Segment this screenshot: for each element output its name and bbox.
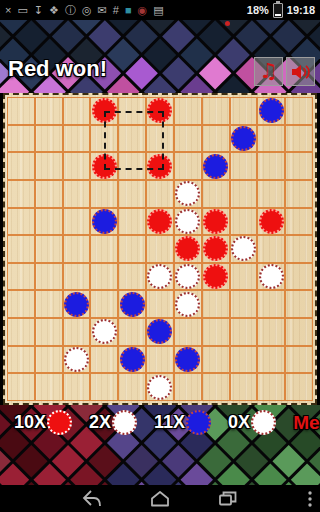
board-cell[interactable] xyxy=(202,152,230,180)
game-board xyxy=(3,93,317,405)
counter-white[interactable]: 2X xyxy=(89,410,137,435)
display-icon: ▭ xyxy=(17,0,27,20)
red-piece xyxy=(147,154,172,179)
blue-piece xyxy=(64,292,89,317)
red-piece xyxy=(175,236,200,261)
red-piece xyxy=(92,154,117,179)
board-cell[interactable] xyxy=(7,97,35,125)
battery-percent: 18% xyxy=(247,4,269,16)
info-icon: ⓘ xyxy=(65,0,76,20)
board-cell[interactable] xyxy=(63,235,91,263)
counter-label: 0X xyxy=(228,412,250,433)
board-cell[interactable] xyxy=(202,235,230,263)
board-cell[interactable] xyxy=(257,208,285,236)
recents-icon[interactable] xyxy=(217,490,239,507)
board-cell[interactable] xyxy=(202,346,230,374)
usb-icon: × xyxy=(5,0,11,20)
speaker-icon xyxy=(291,64,311,80)
red-piece xyxy=(203,264,228,289)
overflow-icon[interactable] xyxy=(307,485,313,512)
board-cell[interactable] xyxy=(118,152,146,180)
board-cell[interactable] xyxy=(90,235,118,263)
board-cell[interactable] xyxy=(7,235,35,263)
board-cell[interactable] xyxy=(257,152,285,180)
blue-piece-icon xyxy=(186,410,211,435)
blue-piece xyxy=(231,126,256,151)
board-cell[interactable] xyxy=(63,318,91,346)
white-piece xyxy=(175,181,200,206)
blue-piece xyxy=(120,347,145,372)
board-cell[interactable] xyxy=(90,208,118,236)
board-cell[interactable] xyxy=(257,290,285,318)
back-icon[interactable] xyxy=(81,490,103,507)
board-cell[interactable] xyxy=(285,318,313,346)
board-cell[interactable] xyxy=(230,152,258,180)
board-cell[interactable] xyxy=(118,263,146,291)
board-cell[interactable] xyxy=(118,235,146,263)
board-cell[interactable] xyxy=(146,318,174,346)
white-piece xyxy=(175,209,200,234)
board-cell[interactable] xyxy=(257,97,285,125)
board-cell[interactable] xyxy=(35,208,63,236)
board-cell[interactable] xyxy=(257,263,285,291)
board-cell[interactable] xyxy=(202,125,230,153)
board-cell[interactable] xyxy=(230,125,258,153)
board-cell[interactable] xyxy=(285,263,313,291)
board-cell[interactable] xyxy=(230,263,258,291)
app-square-icon: ■ xyxy=(125,0,132,20)
piece-counters: 10X2X11X0X xyxy=(14,410,293,435)
result-message: Red won! xyxy=(8,56,107,82)
board-cell[interactable] xyxy=(118,346,146,374)
board-cell[interactable] xyxy=(118,318,146,346)
board-cell[interactable] xyxy=(63,97,91,125)
counter-label: 10X xyxy=(14,412,46,433)
board-cell[interactable] xyxy=(285,180,313,208)
sound-toggle-button[interactable] xyxy=(286,57,315,86)
menu-button[interactable]: Menu xyxy=(293,412,320,434)
board-cell[interactable] xyxy=(146,263,174,291)
board-cell[interactable] xyxy=(35,318,63,346)
board-cell[interactable] xyxy=(63,263,91,291)
board-cell[interactable] xyxy=(230,373,258,401)
board-cell[interactable] xyxy=(118,125,146,153)
board-cell[interactable] xyxy=(35,97,63,125)
board-cell[interactable] xyxy=(202,97,230,125)
white-piece xyxy=(64,347,89,372)
red-piece-icon xyxy=(47,410,72,435)
board-cell[interactable] xyxy=(174,235,202,263)
counter-red[interactable]: 10X xyxy=(14,410,72,435)
camera-icon: ▤ xyxy=(153,0,163,20)
mail-icon: ✉ xyxy=(98,0,107,20)
white-piece xyxy=(175,264,200,289)
home-icon[interactable] xyxy=(149,490,171,507)
board-cell[interactable] xyxy=(63,125,91,153)
board-cell[interactable] xyxy=(285,290,313,318)
board-cell[interactable] xyxy=(146,208,174,236)
board-cell[interactable] xyxy=(7,180,35,208)
board-cell[interactable] xyxy=(146,152,174,180)
counter-label: 11X xyxy=(154,412,185,433)
battery-icon xyxy=(273,3,283,18)
white-piece xyxy=(147,375,172,400)
blue-piece xyxy=(259,98,284,123)
music-toggle-button[interactable]: ♫ xyxy=(254,57,283,86)
music-note-icon: ♫ xyxy=(259,61,278,82)
board-cell[interactable] xyxy=(202,373,230,401)
board-cell[interactable] xyxy=(174,125,202,153)
board-cell[interactable] xyxy=(7,125,35,153)
board-cell[interactable] xyxy=(257,125,285,153)
board-cell[interactable] xyxy=(7,290,35,318)
board-cell[interactable] xyxy=(7,208,35,236)
blue-piece xyxy=(175,347,200,372)
white-piece-icon xyxy=(112,410,137,435)
board-cell[interactable] xyxy=(257,373,285,401)
white-piece xyxy=(231,236,256,261)
board-cell[interactable] xyxy=(7,346,35,374)
board-cell[interactable] xyxy=(230,235,258,263)
board-cell[interactable] xyxy=(174,263,202,291)
board-cell[interactable] xyxy=(257,180,285,208)
board-cell[interactable] xyxy=(118,208,146,236)
red-piece xyxy=(259,209,284,234)
board-cell[interactable] xyxy=(90,152,118,180)
counter-blue[interactable]: 11X xyxy=(154,410,211,435)
board-cell[interactable] xyxy=(118,180,146,208)
board-cell[interactable] xyxy=(63,290,91,318)
board-cell[interactable] xyxy=(35,180,63,208)
board-cell[interactable] xyxy=(202,208,230,236)
board-cell[interactable] xyxy=(257,318,285,346)
white-piece xyxy=(147,264,172,289)
board-cell[interactable] xyxy=(63,373,91,401)
red-piece xyxy=(92,98,117,123)
board-cell[interactable] xyxy=(35,263,63,291)
red-piece xyxy=(147,98,172,123)
board-cell[interactable] xyxy=(174,373,202,401)
board-cell[interactable] xyxy=(202,290,230,318)
board-cell[interactable] xyxy=(285,97,313,125)
board-cell[interactable] xyxy=(35,125,63,153)
board-cell[interactable] xyxy=(230,97,258,125)
red-piece xyxy=(203,209,228,234)
white-piece xyxy=(175,292,200,317)
board-cell[interactable] xyxy=(202,263,230,291)
board-cell[interactable] xyxy=(174,290,202,318)
counter-bar: 10X2X11X0X Menu xyxy=(0,405,320,440)
board-cell[interactable] xyxy=(90,318,118,346)
board-cell[interactable] xyxy=(146,97,174,125)
board-cell[interactable] xyxy=(285,152,313,180)
board-cell[interactable] xyxy=(7,318,35,346)
board-cell[interactable] xyxy=(285,373,313,401)
board-cell[interactable] xyxy=(146,180,174,208)
counter-label: 2X xyxy=(89,412,111,433)
blue-piece xyxy=(120,292,145,317)
counter-white[interactable]: 0X xyxy=(228,410,276,435)
board-cell[interactable] xyxy=(174,97,202,125)
board-cell[interactable] xyxy=(118,97,146,125)
board-cell[interactable] xyxy=(63,152,91,180)
board-cell[interactable] xyxy=(230,290,258,318)
board-cell[interactable] xyxy=(90,263,118,291)
layers-icon: ❖ xyxy=(49,0,59,20)
gear-icon: ◎ xyxy=(82,0,92,20)
board-cell[interactable] xyxy=(90,290,118,318)
board-cell[interactable] xyxy=(146,346,174,374)
red-piece xyxy=(203,236,228,261)
board-cell[interactable] xyxy=(7,152,35,180)
board-cell[interactable] xyxy=(146,373,174,401)
board-cell[interactable] xyxy=(174,152,202,180)
clock: 19:18 xyxy=(287,4,315,16)
board-cell[interactable] xyxy=(202,180,230,208)
notification-icons: ×▭↧❖ⓘ◎✉#■◉▤ xyxy=(5,0,164,20)
nav-bar xyxy=(0,485,320,512)
board-cell[interactable] xyxy=(7,263,35,291)
hash-icon: # xyxy=(113,0,119,20)
record-icon: ◉ xyxy=(138,0,148,20)
sound-buttons: ♫ xyxy=(254,57,315,86)
board-cell[interactable] xyxy=(257,235,285,263)
white-piece xyxy=(259,264,284,289)
board-cell[interactable] xyxy=(118,373,146,401)
download-icon: ↧ xyxy=(34,0,43,20)
board-cell[interactable] xyxy=(146,125,174,153)
board-cell[interactable] xyxy=(63,180,91,208)
board-cell[interactable] xyxy=(285,208,313,236)
board-cell[interactable] xyxy=(174,318,202,346)
board-cell[interactable] xyxy=(230,180,258,208)
board-cell[interactable] xyxy=(63,346,91,374)
board-cell[interactable] xyxy=(230,208,258,236)
board-cell[interactable] xyxy=(146,235,174,263)
blue-piece xyxy=(92,209,117,234)
board-cell[interactable] xyxy=(174,346,202,374)
board-cell[interactable] xyxy=(90,125,118,153)
board-cell[interactable] xyxy=(230,346,258,374)
board-cell[interactable] xyxy=(174,208,202,236)
board-cell[interactable] xyxy=(35,346,63,374)
status-bar: ×▭↧❖ⓘ◎✉#■◉▤ 18% 19:18 xyxy=(0,0,320,20)
board-cell[interactable] xyxy=(90,373,118,401)
board-cell[interactable] xyxy=(90,346,118,374)
board-cell[interactable] xyxy=(118,290,146,318)
board-cell[interactable] xyxy=(174,180,202,208)
blue-piece xyxy=(147,319,172,344)
board-cell[interactable] xyxy=(285,235,313,263)
white-piece-icon xyxy=(251,410,276,435)
board-grid xyxy=(7,97,313,401)
board-cell[interactable] xyxy=(35,152,63,180)
phone-screen: ×▭↧❖ⓘ◎✉#■◉▤ 18% 19:18 Red won! ♫ xyxy=(0,0,320,512)
board-cell[interactable] xyxy=(202,318,230,346)
blue-piece xyxy=(203,154,228,179)
board-cell[interactable] xyxy=(285,125,313,153)
board-cell[interactable] xyxy=(63,208,91,236)
board-cell[interactable] xyxy=(257,346,285,374)
board-cell[interactable] xyxy=(230,318,258,346)
board-cell[interactable] xyxy=(146,290,174,318)
board-cell[interactable] xyxy=(35,235,63,263)
board-cell[interactable] xyxy=(35,373,63,401)
board-cell[interactable] xyxy=(90,180,118,208)
board-cell[interactable] xyxy=(7,373,35,401)
red-piece xyxy=(147,209,172,234)
status-right: 18% 19:18 xyxy=(243,3,315,18)
board-cell[interactable] xyxy=(285,346,313,374)
white-piece xyxy=(92,319,117,344)
board-cell[interactable] xyxy=(35,290,63,318)
board-cell[interactable] xyxy=(90,97,118,125)
